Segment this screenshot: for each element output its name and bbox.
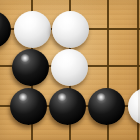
board-edge-shade xyxy=(138,0,140,140)
black-stone-glyph: ● xyxy=(13,88,43,125)
black-stone[interactable]: ● xyxy=(88,88,125,125)
white-stone[interactable]: ○ xyxy=(52,11,89,48)
go-board[interactable]: ●○○●○●●●○ xyxy=(0,0,140,140)
black-stone[interactable]: ● xyxy=(0,11,11,48)
black-stone[interactable]: ● xyxy=(10,88,47,125)
black-stone-glyph: ● xyxy=(15,49,45,86)
white-stone[interactable]: ○ xyxy=(51,49,88,86)
black-stone[interactable]: ● xyxy=(49,88,86,125)
black-stone-glyph: ● xyxy=(52,88,82,125)
black-stone-glyph: ● xyxy=(91,88,121,125)
black-stone-glyph: ● xyxy=(0,11,7,48)
white-stone[interactable]: ○ xyxy=(14,11,51,48)
black-stone[interactable]: ● xyxy=(12,49,49,86)
